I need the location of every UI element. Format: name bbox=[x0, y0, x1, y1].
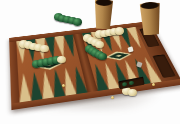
stored-green-checker bbox=[122, 82, 128, 87]
dice-cup bbox=[93, 0, 113, 29]
checker-white bbox=[57, 56, 66, 64]
die bbox=[127, 46, 133, 52]
brass-hinge-dot bbox=[152, 83, 155, 86]
checker-white bbox=[95, 41, 104, 49]
brass-hinge-dot bbox=[62, 84, 65, 87]
pieces-overlay bbox=[0, 0, 180, 124]
checker-white bbox=[115, 27, 124, 35]
backgammon-set-photo bbox=[0, 0, 180, 124]
stored-green-checker bbox=[129, 81, 135, 86]
checker-green bbox=[98, 53, 107, 61]
brass-hinge-dot bbox=[111, 96, 114, 99]
front-rail-tray-recess bbox=[118, 77, 144, 90]
checker-green bbox=[73, 18, 82, 26]
die bbox=[136, 61, 142, 67]
dice-cup bbox=[139, 2, 162, 35]
checker-white bbox=[40, 45, 49, 53]
checker-white bbox=[128, 89, 137, 97]
